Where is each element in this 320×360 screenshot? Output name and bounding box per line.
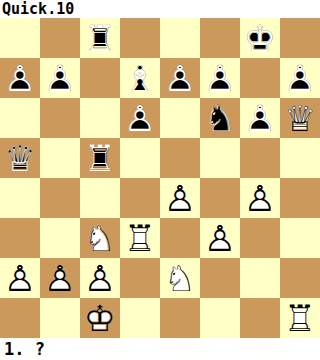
move-prompt: 1. ? xyxy=(0,338,320,360)
square-f1[interactable] xyxy=(200,298,240,338)
piece-black-pawn: ♟♙ xyxy=(280,58,320,98)
piece-black-pawn: ♟♙ xyxy=(240,98,280,138)
piece-black-queen: ♛♕ xyxy=(0,138,40,178)
square-g1[interactable] xyxy=(240,298,280,338)
pawn-outline-glyph: ♙ xyxy=(240,178,280,218)
square-a5[interactable]: ♛♕ xyxy=(0,138,40,178)
square-e3[interactable] xyxy=(160,218,200,258)
square-c8[interactable]: ♜♖ xyxy=(80,18,120,58)
square-c2[interactable]: ♟♙ xyxy=(80,258,120,298)
piece-white-pawn: ♟♙ xyxy=(40,258,80,298)
pawn-outline-glyph: ♙ xyxy=(0,258,40,298)
square-b6[interactable] xyxy=(40,98,80,138)
piece-white-pawn: ♟♙ xyxy=(160,178,200,218)
square-e2[interactable]: ♞♘ xyxy=(160,258,200,298)
square-h3[interactable] xyxy=(280,218,320,258)
square-a4[interactable] xyxy=(0,178,40,218)
square-a2[interactable]: ♟♙ xyxy=(0,258,40,298)
square-c5[interactable]: ♜♖ xyxy=(80,138,120,178)
queen-outline-glyph: ♕ xyxy=(280,98,320,138)
square-d1[interactable] xyxy=(120,298,160,338)
square-g7[interactable] xyxy=(240,58,280,98)
piece-black-bishop: ♝♗ xyxy=(120,58,160,98)
piece-black-rook: ♜♖ xyxy=(80,138,120,178)
rook-outline-glyph: ♖ xyxy=(80,18,120,58)
pawn-outline-glyph: ♙ xyxy=(160,58,200,98)
square-c4[interactable] xyxy=(80,178,120,218)
square-b1[interactable] xyxy=(40,298,80,338)
piece-white-pawn: ♟♙ xyxy=(0,258,40,298)
piece-black-rook: ♜♖ xyxy=(80,18,120,58)
square-h8[interactable] xyxy=(280,18,320,58)
square-b8[interactable] xyxy=(40,18,80,58)
square-h4[interactable] xyxy=(280,178,320,218)
square-a6[interactable] xyxy=(0,98,40,138)
square-g2[interactable] xyxy=(240,258,280,298)
square-g5[interactable] xyxy=(240,138,280,178)
square-c3[interactable]: ♞♘ xyxy=(80,218,120,258)
square-h7[interactable]: ♟♙ xyxy=(280,58,320,98)
piece-white-knight: ♞♘ xyxy=(160,258,200,298)
square-e8[interactable] xyxy=(160,18,200,58)
square-d8[interactable] xyxy=(120,18,160,58)
square-f2[interactable] xyxy=(200,258,240,298)
piece-white-pawn: ♟♙ xyxy=(80,258,120,298)
square-d6[interactable]: ♟♙ xyxy=(120,98,160,138)
rook-outline-glyph: ♖ xyxy=(280,298,320,338)
square-c6[interactable] xyxy=(80,98,120,138)
square-e1[interactable] xyxy=(160,298,200,338)
rook-outline-glyph: ♖ xyxy=(120,218,160,258)
square-b3[interactable] xyxy=(40,218,80,258)
pawn-outline-glyph: ♙ xyxy=(160,178,200,218)
puzzle-title: Quick.10 xyxy=(0,0,320,18)
knight-outline-glyph: ♘ xyxy=(200,98,240,138)
pawn-outline-glyph: ♙ xyxy=(40,258,80,298)
square-g3[interactable] xyxy=(240,218,280,258)
square-d2[interactable] xyxy=(120,258,160,298)
chess-board: ♜♖♚♔♟♙♟♙♝♗♟♙♟♙♟♙♟♙♞♘♟♙♛♕♛♕♜♖♟♙♟♙♞♘♜♖♟♙♟♙… xyxy=(0,18,320,338)
square-a7[interactable]: ♟♙ xyxy=(0,58,40,98)
square-c1[interactable]: ♚♔ xyxy=(80,298,120,338)
square-b4[interactable] xyxy=(40,178,80,218)
square-b7[interactable]: ♟♙ xyxy=(40,58,80,98)
square-h6[interactable]: ♛♕ xyxy=(280,98,320,138)
square-f7[interactable]: ♟♙ xyxy=(200,58,240,98)
bishop-outline-glyph: ♗ xyxy=(120,58,160,98)
king-outline-glyph: ♔ xyxy=(240,18,280,58)
piece-black-pawn: ♟♙ xyxy=(120,98,160,138)
square-f6[interactable]: ♞♘ xyxy=(200,98,240,138)
square-d7[interactable]: ♝♗ xyxy=(120,58,160,98)
square-d4[interactable] xyxy=(120,178,160,218)
square-b2[interactable]: ♟♙ xyxy=(40,258,80,298)
piece-white-rook: ♜♖ xyxy=(120,218,160,258)
pawn-outline-glyph: ♙ xyxy=(80,258,120,298)
pawn-outline-glyph: ♙ xyxy=(200,58,240,98)
square-h1[interactable]: ♜♖ xyxy=(280,298,320,338)
queen-outline-glyph: ♕ xyxy=(0,138,40,178)
piece-white-knight: ♞♘ xyxy=(80,218,120,258)
chess-puzzle-window: Quick.10 ♜♖♚♔♟♙♟♙♝♗♟♙♟♙♟♙♟♙♞♘♟♙♛♕♛♕♜♖♟♙♟… xyxy=(0,0,320,360)
square-g4[interactable]: ♟♙ xyxy=(240,178,280,218)
pawn-outline-glyph: ♙ xyxy=(120,98,160,138)
rook-outline-glyph: ♖ xyxy=(80,138,120,178)
piece-black-pawn: ♟♙ xyxy=(200,58,240,98)
piece-black-knight: ♞♘ xyxy=(200,98,240,138)
square-g8[interactable]: ♚♔ xyxy=(240,18,280,58)
square-f4[interactable] xyxy=(200,178,240,218)
square-d5[interactable] xyxy=(120,138,160,178)
square-a1[interactable] xyxy=(0,298,40,338)
piece-white-pawn: ♟♙ xyxy=(240,178,280,218)
piece-black-king: ♚♔ xyxy=(240,18,280,58)
square-f3[interactable]: ♟♙ xyxy=(200,218,240,258)
square-b5[interactable] xyxy=(40,138,80,178)
piece-white-queen: ♛♕ xyxy=(280,98,320,138)
king-outline-glyph: ♔ xyxy=(80,298,120,338)
pawn-outline-glyph: ♙ xyxy=(280,58,320,98)
square-a3[interactable] xyxy=(0,218,40,258)
pawn-outline-glyph: ♙ xyxy=(240,98,280,138)
square-f8[interactable] xyxy=(200,18,240,58)
square-d3[interactable]: ♜♖ xyxy=(120,218,160,258)
square-h2[interactable] xyxy=(280,258,320,298)
piece-white-pawn: ♟♙ xyxy=(200,218,240,258)
piece-white-rook: ♜♖ xyxy=(280,298,320,338)
square-e4[interactable]: ♟♙ xyxy=(160,178,200,218)
square-f5[interactable] xyxy=(200,138,240,178)
square-h5[interactable] xyxy=(280,138,320,178)
piece-black-pawn: ♟♙ xyxy=(0,58,40,98)
pawn-outline-glyph: ♙ xyxy=(0,58,40,98)
piece-white-king: ♚♔ xyxy=(80,298,120,338)
square-e7[interactable]: ♟♙ xyxy=(160,58,200,98)
knight-outline-glyph: ♘ xyxy=(160,258,200,298)
square-g6[interactable]: ♟♙ xyxy=(240,98,280,138)
square-e5[interactable] xyxy=(160,138,200,178)
pawn-outline-glyph: ♙ xyxy=(40,58,80,98)
piece-black-pawn: ♟♙ xyxy=(160,58,200,98)
square-c7[interactable] xyxy=(80,58,120,98)
piece-black-pawn: ♟♙ xyxy=(40,58,80,98)
pawn-outline-glyph: ♙ xyxy=(200,218,240,258)
knight-outline-glyph: ♘ xyxy=(80,218,120,258)
square-a8[interactable] xyxy=(0,18,40,58)
square-e6[interactable] xyxy=(160,98,200,138)
